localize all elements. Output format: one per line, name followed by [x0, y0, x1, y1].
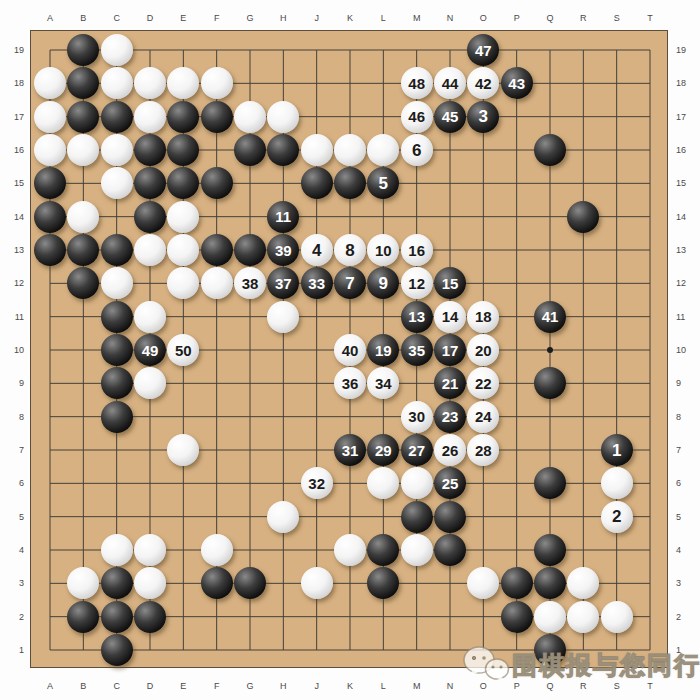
- col-label-top-B: B: [74, 12, 92, 24]
- move-number: 8: [345, 242, 354, 259]
- stone-D14-black: [134, 201, 166, 233]
- row-label-right-13: 13: [676, 244, 698, 256]
- move-number: 12: [408, 276, 425, 291]
- row-label-left-9: 9: [2, 377, 24, 389]
- row-label-left-17: 17: [2, 111, 24, 123]
- col-label-top-S: S: [608, 12, 626, 24]
- stone-H17-white: [267, 101, 299, 133]
- move-number: 3: [479, 108, 488, 125]
- watermark: 围棋报与您同行: [460, 642, 700, 688]
- stone-C13-black: [101, 234, 133, 266]
- row-label-right-10: 10: [676, 344, 698, 356]
- move-number: 4: [312, 242, 321, 259]
- move-number: 28: [475, 443, 492, 458]
- move-number: 29: [375, 443, 392, 458]
- stone-F3-black: [201, 567, 233, 599]
- move-number: 34: [375, 376, 392, 391]
- stone-G17-white: [234, 101, 266, 133]
- move-number: 39: [275, 243, 292, 258]
- stone-C15-white: [101, 167, 133, 199]
- stone-H11-white: [267, 301, 299, 333]
- stone-B2-black: [67, 601, 99, 633]
- move-number: 47: [475, 43, 492, 58]
- move-number: 31: [342, 443, 359, 458]
- move-number: 2: [612, 508, 621, 525]
- move-number: 35: [408, 343, 425, 358]
- stone-S6-white: [601, 467, 633, 499]
- stone-E14-white: [167, 201, 199, 233]
- stone-C3-black: [101, 567, 133, 599]
- col-label-top-R: R: [574, 12, 592, 24]
- row-label-left-15: 15: [2, 177, 24, 189]
- row-label-right-19: 19: [676, 44, 698, 56]
- stone-P18-black-move-43: 43: [501, 67, 533, 99]
- row-label-right-17: 17: [676, 111, 698, 123]
- row-label-right-9: 9: [676, 377, 698, 389]
- stone-A14-black: [34, 201, 66, 233]
- stone-D13-white: [134, 234, 166, 266]
- row-label-left-7: 7: [2, 444, 24, 456]
- row-label-right-2: 2: [676, 611, 698, 623]
- stone-M6-white: [401, 467, 433, 499]
- stone-C2-black: [101, 601, 133, 633]
- stone-K4-white: [334, 534, 366, 566]
- col-label-top-O: O: [474, 12, 492, 24]
- stone-F15-black: [201, 167, 233, 199]
- stone-M10-black-move-35: 35: [401, 334, 433, 366]
- row-label-left-8: 8: [2, 411, 24, 423]
- move-number: 15: [442, 276, 459, 291]
- col-label-top-F: F: [208, 12, 226, 24]
- stone-C12-white: [101, 267, 133, 299]
- stone-S2-white: [601, 601, 633, 633]
- move-number: 24: [475, 409, 492, 424]
- stone-R14-black: [567, 201, 599, 233]
- stone-J15-black: [301, 167, 333, 199]
- stone-M5-black: [401, 501, 433, 533]
- stone-Q2-white: [534, 601, 566, 633]
- move-number: 36: [342, 376, 359, 391]
- row-label-right-12: 12: [676, 277, 698, 289]
- move-number: 23: [442, 409, 459, 424]
- row-label-right-5: 5: [676, 511, 698, 523]
- col-label-bottom-H: H: [274, 680, 292, 692]
- stone-R2-white: [567, 601, 599, 633]
- stone-C16-white: [101, 134, 133, 166]
- stone-C1-black: [101, 634, 133, 666]
- stone-D4-white: [134, 534, 166, 566]
- col-label-bottom-N: N: [441, 680, 459, 692]
- row-label-left-14: 14: [2, 211, 24, 223]
- row-label-right-11: 11: [676, 311, 698, 323]
- stone-N8-black-move-23: 23: [434, 401, 466, 433]
- stone-C4-white: [101, 534, 133, 566]
- col-label-bottom-C: C: [108, 680, 126, 692]
- stone-A16-white: [34, 134, 66, 166]
- stone-K13-white-move-8: 8: [334, 234, 366, 266]
- stone-D11-white: [134, 301, 166, 333]
- stone-N10-black-move-17: 17: [434, 334, 466, 366]
- row-label-left-12: 12: [2, 277, 24, 289]
- move-number: 50: [175, 343, 192, 358]
- move-number: 48: [408, 76, 425, 91]
- move-number: 30: [408, 409, 425, 424]
- col-label-top-A: A: [41, 12, 59, 24]
- col-label-bottom-B: B: [74, 680, 92, 692]
- stone-K16-white: [334, 134, 366, 166]
- stone-M11-black-move-13: 13: [401, 301, 433, 333]
- stone-P2-black: [501, 601, 533, 633]
- stone-F12-white: [201, 267, 233, 299]
- stone-M7-black-move-27: 27: [401, 434, 433, 466]
- move-number: 38: [242, 276, 259, 291]
- move-number: 22: [475, 376, 492, 391]
- move-number: 42: [475, 76, 492, 91]
- stone-J13-white-move-4: 4: [301, 234, 333, 266]
- move-number: 26: [442, 443, 459, 458]
- stone-N7-white-move-26: 26: [434, 434, 466, 466]
- stone-J12-black-move-33: 33: [301, 267, 333, 299]
- move-number: 18: [475, 309, 492, 324]
- stone-Q4-black: [534, 534, 566, 566]
- stone-F13-black: [201, 234, 233, 266]
- move-number: 27: [408, 443, 425, 458]
- go-diagram: 4748444243464536511394810163837337912151…: [0, 0, 700, 700]
- stone-C11-black: [101, 301, 133, 333]
- move-number: 21: [442, 376, 459, 391]
- stone-S5-white-move-2: 2: [601, 501, 633, 533]
- stone-B14-white: [67, 201, 99, 233]
- col-label-top-L: L: [374, 12, 392, 24]
- stone-D2-black: [134, 601, 166, 633]
- move-number: 45: [442, 109, 459, 124]
- stone-F17-black: [201, 101, 233, 133]
- stone-K10-white-move-40: 40: [334, 334, 366, 366]
- move-number: 46: [408, 109, 425, 124]
- stone-J16-white: [301, 134, 333, 166]
- stone-C19-white: [101, 34, 133, 66]
- row-label-right-18: 18: [676, 77, 698, 89]
- stone-N17-black-move-45: 45: [434, 101, 466, 133]
- move-number: 5: [379, 175, 388, 192]
- col-label-top-N: N: [441, 12, 459, 24]
- col-label-top-Q: Q: [541, 12, 559, 24]
- col-label-top-C: C: [108, 12, 126, 24]
- col-label-top-D: D: [141, 12, 159, 24]
- stone-H5-white: [267, 501, 299, 533]
- move-number: 10: [375, 243, 392, 258]
- col-label-top-P: P: [508, 12, 526, 24]
- stone-O8-white-move-24: 24: [467, 401, 499, 433]
- move-number: 33: [308, 276, 325, 291]
- stone-C9-black: [101, 367, 133, 399]
- stone-M12-white-move-12: 12: [401, 267, 433, 299]
- stone-F4-white: [201, 534, 233, 566]
- move-number: 32: [308, 476, 325, 491]
- stone-D16-black: [134, 134, 166, 166]
- row-label-right-14: 14: [676, 211, 698, 223]
- stone-J6-white-move-32: 32: [301, 467, 333, 499]
- stone-Q11-black-move-41: 41: [534, 301, 566, 333]
- move-number: 43: [508, 76, 525, 91]
- stone-A17-white: [34, 101, 66, 133]
- stone-D10-black-move-49: 49: [134, 334, 166, 366]
- stone-M18-white-move-48: 48: [401, 67, 433, 99]
- row-label-left-18: 18: [2, 77, 24, 89]
- move-number: 1: [612, 442, 621, 459]
- row-label-left-3: 3: [2, 577, 24, 589]
- stone-P3-black: [501, 567, 533, 599]
- move-number: 11: [275, 209, 291, 224]
- move-number: 9: [379, 275, 388, 292]
- stone-S7-black-move-1: 1: [601, 434, 633, 466]
- col-label-top-G: G: [241, 12, 259, 24]
- stone-G16-black: [234, 134, 266, 166]
- stone-N5-black: [434, 501, 466, 533]
- row-label-right-7: 7: [676, 444, 698, 456]
- move-number: 13: [408, 309, 425, 324]
- stone-J3-white: [301, 567, 333, 599]
- col-label-top-T: T: [641, 12, 659, 24]
- move-number: 6: [412, 142, 421, 159]
- move-number: 25: [442, 476, 459, 491]
- move-number: 41: [542, 309, 559, 324]
- col-label-bottom-D: D: [141, 680, 159, 692]
- watermark-text: 围棋报与您同行: [512, 649, 700, 682]
- col-label-bottom-G: G: [241, 680, 259, 692]
- move-number: 49: [142, 343, 159, 358]
- col-label-top-H: H: [274, 12, 292, 24]
- stone-M4-white: [401, 534, 433, 566]
- stone-O11-white-move-18: 18: [467, 301, 499, 333]
- stone-H14-black-move-11: 11: [267, 201, 299, 233]
- stone-C17-black: [101, 101, 133, 133]
- stone-B17-black: [67, 101, 99, 133]
- row-label-right-3: 3: [676, 577, 698, 589]
- col-label-bottom-A: A: [41, 680, 59, 692]
- row-label-left-13: 13: [2, 244, 24, 256]
- col-label-bottom-J: J: [308, 680, 326, 692]
- row-label-left-4: 4: [2, 544, 24, 556]
- stone-D17-white: [134, 101, 166, 133]
- col-label-top-J: J: [308, 12, 326, 24]
- stone-M16-white-move-6: 6: [401, 134, 433, 166]
- col-label-bottom-K: K: [341, 680, 359, 692]
- col-label-top-M: M: [408, 12, 426, 24]
- col-label-bottom-E: E: [174, 680, 192, 692]
- move-number: 7: [345, 275, 354, 292]
- stone-F18-white: [201, 67, 233, 99]
- stone-G13-black: [234, 234, 266, 266]
- row-label-left-5: 5: [2, 511, 24, 523]
- move-number: 16: [408, 243, 425, 258]
- move-number: 44: [442, 76, 459, 91]
- row-label-right-4: 4: [676, 544, 698, 556]
- col-label-bottom-L: L: [374, 680, 392, 692]
- row-label-left-19: 19: [2, 44, 24, 56]
- wechat-icon: [460, 642, 512, 688]
- row-label-left-1: 1: [2, 644, 24, 656]
- move-number: 37: [275, 276, 292, 291]
- stone-M17-white-move-46: 46: [401, 101, 433, 133]
- stone-E17-black: [167, 101, 199, 133]
- row-label-left-11: 11: [2, 311, 24, 323]
- move-number: 19: [375, 343, 392, 358]
- row-label-left-10: 10: [2, 344, 24, 356]
- stone-N4-black: [434, 534, 466, 566]
- stone-M8-white-move-30: 30: [401, 401, 433, 433]
- move-number: 20: [475, 343, 492, 358]
- stone-M13-white-move-16: 16: [401, 234, 433, 266]
- row-label-right-8: 8: [676, 411, 698, 423]
- stone-C10-black: [101, 334, 133, 366]
- col-label-top-E: E: [174, 12, 192, 24]
- stone-C8-black: [101, 401, 133, 433]
- col-label-top-K: K: [341, 12, 359, 24]
- row-label-right-15: 15: [676, 177, 698, 189]
- stone-O17-black-move-3: 3: [467, 101, 499, 133]
- col-label-bottom-F: F: [208, 680, 226, 692]
- row-label-left-16: 16: [2, 144, 24, 156]
- col-label-bottom-M: M: [408, 680, 426, 692]
- row-label-left-2: 2: [2, 611, 24, 623]
- move-number: 17: [442, 343, 459, 358]
- stone-A13-black: [34, 234, 66, 266]
- row-label-right-16: 16: [676, 144, 698, 156]
- move-number: 14: [442, 309, 459, 324]
- stone-N11-white-move-14: 14: [434, 301, 466, 333]
- stone-K7-black-move-31: 31: [334, 434, 366, 466]
- move-number: 40: [342, 343, 359, 358]
- stone-C18-white: [101, 67, 133, 99]
- stone-Q16-black: [534, 134, 566, 166]
- row-label-left-6: 6: [2, 477, 24, 489]
- row-label-right-6: 6: [676, 477, 698, 489]
